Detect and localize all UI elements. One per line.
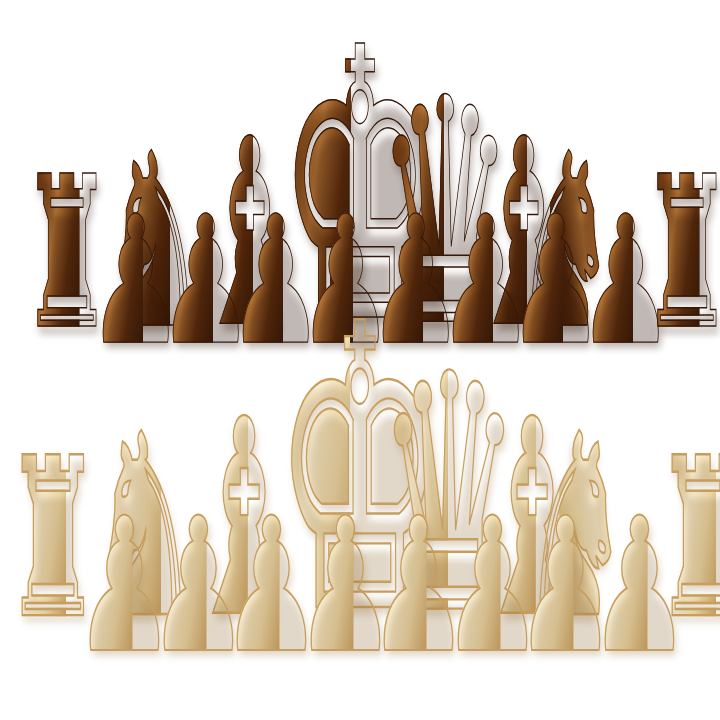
light-pawn-3: ♟ [220, 511, 279, 660]
product-photo: ♜ ♞ ♝ ♚ ♛ ♝ ♞ ♜ ♟ ♟ ♟ ♟ ♟ ♟ ♟ ♟ ♜ ♞ ♝ ♚ … [0, 0, 720, 720]
light-pawn-5: ♟ [367, 511, 426, 660]
light-pawn-1: ♟ [73, 511, 132, 660]
dark-pawn-1: ♟ [87, 211, 143, 352]
light-pawn-row: ♟ ♟ ♟ ♟ ♟ ♟ ♟ ♟ [0, 546, 720, 660]
light-pawn-8: ♟ [588, 511, 647, 660]
dark-pawn-2: ♟ [157, 211, 213, 352]
light-pawn-4: ♟ [294, 511, 353, 660]
light-pawn-6: ♟ [441, 511, 500, 660]
dark-pawn-8: ♟ [577, 211, 633, 352]
light-pawn-7: ♟ [514, 511, 573, 660]
light-pawn-2: ♟ [147, 511, 206, 660]
